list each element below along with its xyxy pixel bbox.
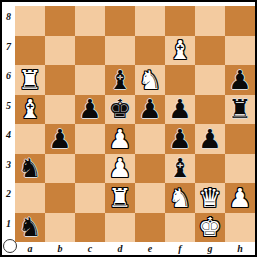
white-pawn[interactable]: ♟ (108, 126, 131, 152)
square-c1[interactable] (75, 213, 105, 243)
square-c6[interactable] (75, 65, 105, 95)
square-f6[interactable] (165, 65, 195, 95)
square-f4[interactable]: ♟ (165, 124, 195, 154)
square-d2[interactable]: ♜ (105, 183, 135, 213)
square-e5[interactable]: ♟ (135, 95, 165, 125)
square-f5[interactable]: ♟ (165, 95, 195, 125)
square-d7[interactable] (105, 36, 135, 66)
square-a6[interactable]: ♜ (15, 65, 45, 95)
square-c5[interactable]: ♟ (75, 95, 105, 125)
file-label-d: d (105, 242, 135, 255)
square-f2[interactable]: ♞ (165, 183, 195, 213)
file-label-c: c (75, 242, 105, 255)
square-g5[interactable] (195, 95, 225, 125)
square-h6[interactable]: ♟ (225, 65, 255, 95)
square-a8[interactable] (15, 6, 45, 36)
black-pawn[interactable]: ♟ (168, 126, 191, 152)
square-e6[interactable]: ♞ (135, 65, 165, 95)
square-h8[interactable] (225, 6, 255, 36)
square-f8[interactable] (165, 6, 195, 36)
square-a2[interactable] (15, 183, 45, 213)
square-d3[interactable]: ♟ (105, 154, 135, 184)
square-e3[interactable] (135, 154, 165, 184)
file-label-f: f (165, 242, 195, 255)
file-label-b: b (45, 242, 75, 255)
square-g4[interactable]: ♟ (195, 124, 225, 154)
diagram-inner: 87654321 ♝♜♝♞♟♝♟♚♟♟♜♟♟♟♟♞♟♝♜♞♛♟♞♚ abcdef… (2, 2, 255, 255)
black-bishop[interactable]: ♝ (108, 67, 131, 93)
file-label-h: h (225, 242, 255, 255)
black-knight[interactable]: ♞ (18, 214, 41, 240)
square-g1[interactable]: ♚ (195, 213, 225, 243)
square-a7[interactable] (15, 36, 45, 66)
square-b7[interactable] (45, 36, 75, 66)
square-d8[interactable] (105, 6, 135, 36)
square-d5[interactable]: ♚ (105, 95, 135, 125)
rank-label-6: 6 (2, 65, 15, 95)
file-label-g: g (195, 242, 225, 255)
square-d6[interactable]: ♝ (105, 65, 135, 95)
rank-label-8: 8 (2, 6, 15, 36)
square-c2[interactable] (75, 183, 105, 213)
white-knight[interactable]: ♞ (138, 67, 161, 93)
white-knight[interactable]: ♞ (168, 185, 191, 211)
square-d1[interactable] (105, 213, 135, 243)
rank-label-2: 2 (2, 183, 15, 213)
file-label-a: a (15, 242, 45, 255)
black-pawn[interactable]: ♟ (168, 96, 191, 122)
square-h5[interactable]: ♜ (225, 95, 255, 125)
square-e8[interactable] (135, 6, 165, 36)
square-a5[interactable]: ♝ (15, 95, 45, 125)
square-a3[interactable]: ♞ (15, 154, 45, 184)
black-pawn[interactable]: ♟ (198, 126, 221, 152)
square-b1[interactable] (45, 213, 75, 243)
square-a1[interactable]: ♞ (15, 213, 45, 243)
square-c3[interactable] (75, 154, 105, 184)
rank-label-5: 5 (2, 95, 15, 125)
black-knight[interactable]: ♞ (18, 155, 41, 181)
square-g7[interactable] (195, 36, 225, 66)
file-label-e: e (135, 242, 165, 255)
white-queen[interactable]: ♛ (198, 185, 221, 211)
square-g8[interactable] (195, 6, 225, 36)
white-rook[interactable]: ♜ (18, 67, 41, 93)
black-pawn[interactable]: ♟ (228, 67, 251, 93)
square-e4[interactable] (135, 124, 165, 154)
square-b3[interactable] (45, 154, 75, 184)
square-h4[interactable] (225, 124, 255, 154)
rank-label-7: 7 (2, 36, 15, 66)
white-pawn[interactable]: ♟ (108, 155, 131, 181)
square-f3[interactable]: ♝ (165, 154, 195, 184)
square-e7[interactable] (135, 36, 165, 66)
square-c4[interactable] (75, 124, 105, 154)
square-b5[interactable] (45, 95, 75, 125)
square-b6[interactable] (45, 65, 75, 95)
black-pawn[interactable]: ♟ (78, 96, 101, 122)
square-f1[interactable] (165, 213, 195, 243)
square-c8[interactable] (75, 6, 105, 36)
chess-diagram: 87654321 ♝♜♝♞♟♝♟♚♟♟♜♟♟♟♟♞♟♝♜♞♛♟♞♚ abcdef… (0, 0, 257, 257)
square-d4[interactable]: ♟ (105, 124, 135, 154)
rank-label-3: 3 (2, 154, 15, 184)
white-pawn[interactable]: ♟ (228, 185, 251, 211)
square-e1[interactable] (135, 213, 165, 243)
white-bishop[interactable]: ♝ (18, 96, 41, 122)
file-labels: abcdefgh (15, 242, 255, 255)
square-h2[interactable]: ♟ (225, 183, 255, 213)
square-a4[interactable] (15, 124, 45, 154)
black-king[interactable]: ♚ (108, 96, 131, 122)
square-g3[interactable] (195, 154, 225, 184)
white-rook[interactable]: ♜ (108, 185, 131, 211)
black-rook[interactable]: ♜ (228, 96, 251, 122)
square-b8[interactable] (45, 6, 75, 36)
square-g6[interactable] (195, 65, 225, 95)
chess-board[interactable]: ♝♜♝♞♟♝♟♚♟♟♜♟♟♟♟♞♟♝♜♞♛♟♞♚ (15, 6, 255, 242)
white-king[interactable]: ♚ (198, 214, 221, 240)
square-b4[interactable]: ♟ (45, 124, 75, 154)
square-h7[interactable] (225, 36, 255, 66)
square-b2[interactable] (45, 183, 75, 213)
rank-label-4: 4 (2, 124, 15, 154)
white-to-move-indicator (3, 239, 17, 253)
square-e2[interactable] (135, 183, 165, 213)
white-bishop[interactable]: ♝ (168, 37, 191, 63)
black-pawn[interactable]: ♟ (48, 126, 71, 152)
rank-label-1: 1 (2, 213, 15, 243)
rank-labels: 87654321 (2, 6, 15, 242)
square-g2[interactable]: ♛ (195, 183, 225, 213)
square-c7[interactable] (75, 36, 105, 66)
black-bishop[interactable]: ♝ (168, 155, 191, 181)
square-h1[interactable] (225, 213, 255, 243)
square-f7[interactable]: ♝ (165, 36, 195, 66)
square-h3[interactable] (225, 154, 255, 184)
black-pawn[interactable]: ♟ (138, 96, 161, 122)
